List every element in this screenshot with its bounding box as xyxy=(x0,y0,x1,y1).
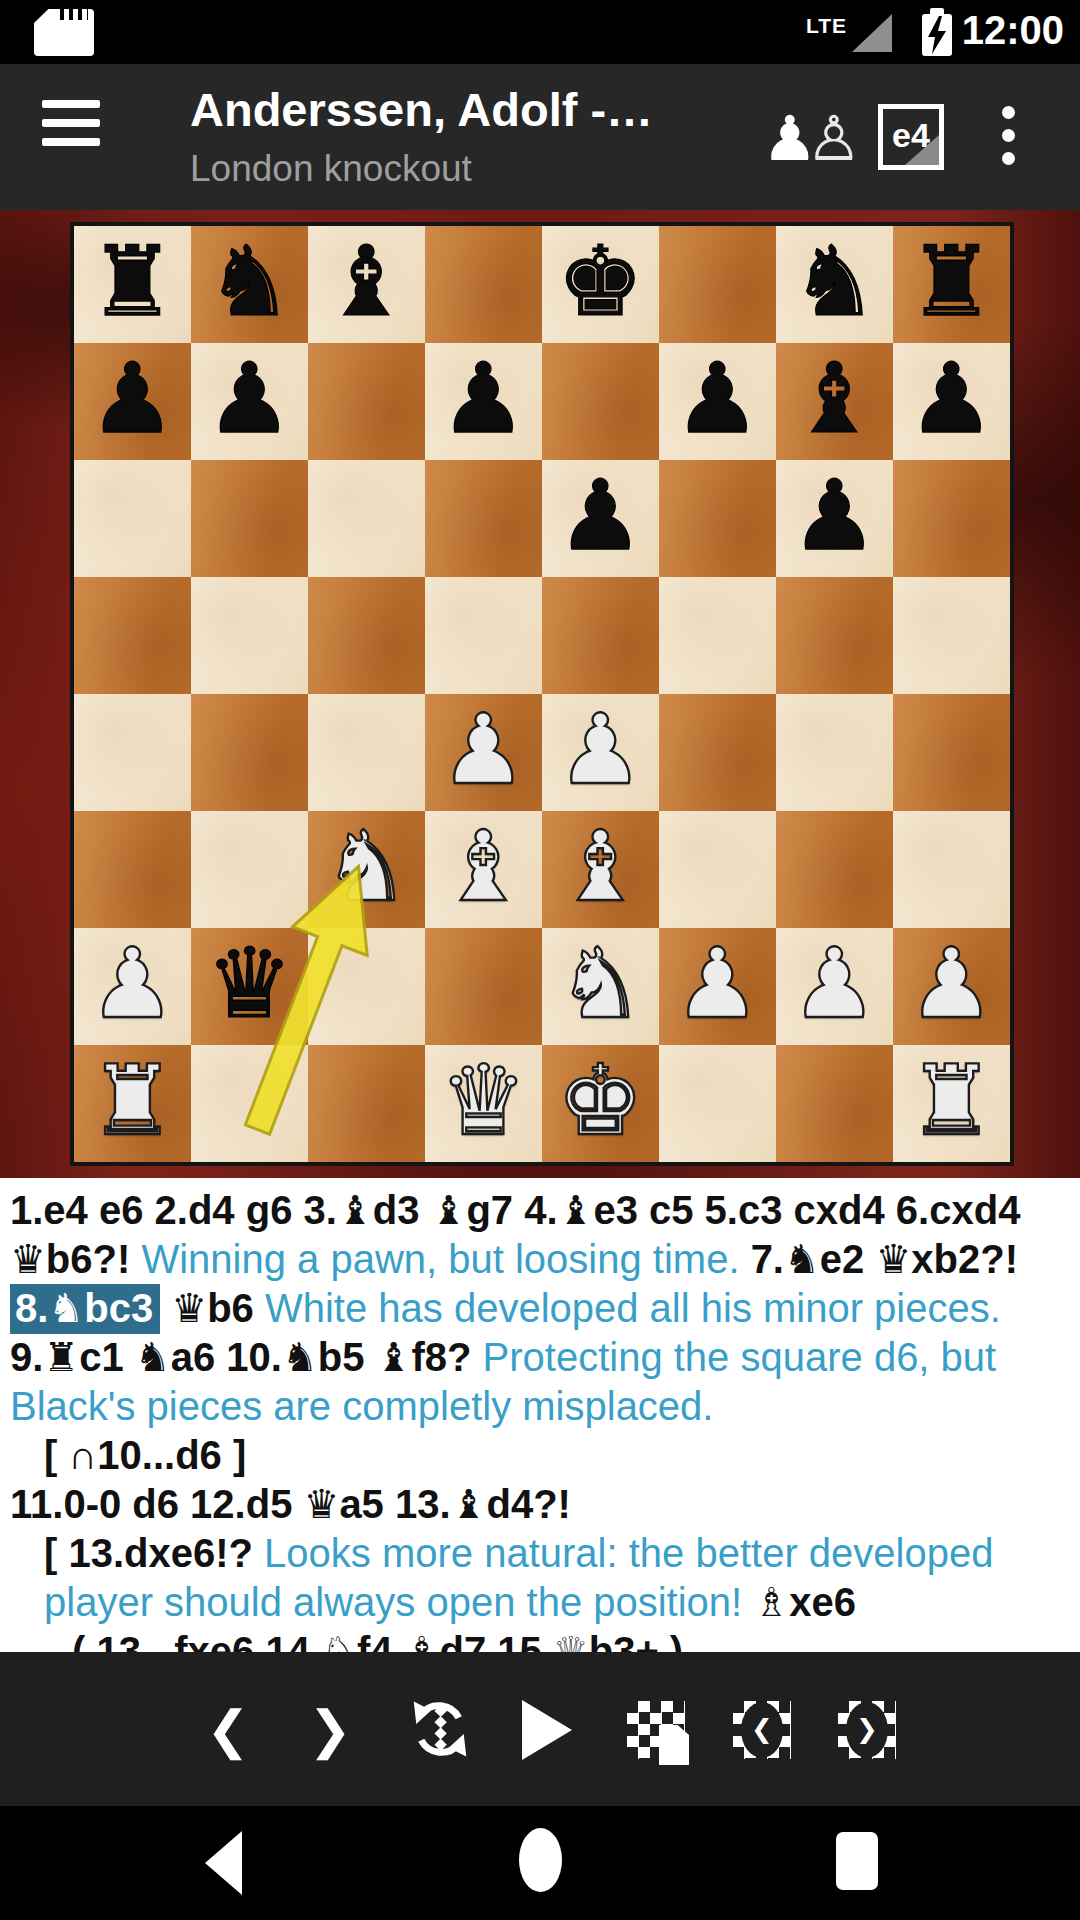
piece-white-pawn: ♟ xyxy=(776,928,893,1045)
piece-white-knight: ♞ xyxy=(308,811,425,928)
square-f6[interactable] xyxy=(659,460,776,577)
status-bar: LTE 12:00 xyxy=(0,0,1080,64)
square-h1[interactable]: ♜ xyxy=(893,1045,1010,1162)
piece-white-pawn: ♟ xyxy=(74,928,191,1045)
square-a6[interactable] xyxy=(74,460,191,577)
square-a1[interactable]: ♜ xyxy=(74,1045,191,1162)
piece-black-pawn: ♟ xyxy=(776,460,893,577)
bottom-toolbar: ❮ ❯ ❮ ❯ xyxy=(0,1652,1080,1806)
chevron-left-icon: ❮ xyxy=(196,1699,260,1761)
square-f7[interactable]: ♟ xyxy=(659,343,776,460)
square-e6[interactable]: ♟ xyxy=(542,460,659,577)
document-icon xyxy=(659,1725,689,1765)
move-text[interactable]: ♛b6 xyxy=(160,1286,265,1330)
board-document-icon xyxy=(627,1701,685,1759)
eco-opening-badge[interactable]: e4 xyxy=(878,104,944,170)
clock-label: 12:00 xyxy=(962,8,1064,53)
square-e1[interactable]: ♚ xyxy=(542,1045,659,1162)
square-f8[interactable] xyxy=(659,226,776,343)
recents-button[interactable] xyxy=(836,1832,878,1890)
piece-black-pawn: ♟ xyxy=(191,343,308,460)
board-next-icon: ❯ xyxy=(838,1701,896,1759)
chevron-left-icon: ❮ xyxy=(751,1714,773,1744)
eco-badge-corner xyxy=(905,135,939,165)
notation-paragraph: [ ∩10...d6 ] xyxy=(10,1431,1070,1480)
square-h7[interactable]: ♟ xyxy=(893,343,1010,460)
move-text[interactable]: ♗xe6 xyxy=(753,1580,856,1624)
square-a8[interactable]: ♜ xyxy=(74,226,191,343)
square-a7[interactable]: ♟ xyxy=(74,343,191,460)
outline-pawn-glyph: ♙ xyxy=(806,100,862,178)
event-subtitle: London knockout xyxy=(190,148,472,190)
square-g3[interactable] xyxy=(776,811,893,928)
board-frame: ♜♞♝♚♞♜♟♟♟♟♝♟♟♟♟♟♞♝♝♟♛♞♟♟♟♜♛♚♜ xyxy=(0,210,1080,1178)
piece-white-bishop: ♝ xyxy=(425,811,542,928)
piece-white-pawn: ♟ xyxy=(893,928,1010,1045)
square-f1[interactable] xyxy=(659,1045,776,1162)
square-a4[interactable] xyxy=(74,694,191,811)
signal-triangle-icon xyxy=(852,14,892,52)
play-icon xyxy=(522,1700,572,1760)
piece-white-rook: ♜ xyxy=(893,1045,1010,1162)
square-b8[interactable]: ♞ xyxy=(191,226,308,343)
square-c6[interactable] xyxy=(308,460,425,577)
home-button[interactable] xyxy=(519,1828,562,1892)
square-d4[interactable]: ♟ xyxy=(425,694,542,811)
square-d8[interactable] xyxy=(425,226,542,343)
piece-white-king: ♚ xyxy=(542,1045,659,1162)
chevron-right-icon: ❯ xyxy=(298,1699,362,1761)
piece-black-pawn: ♟ xyxy=(425,343,542,460)
piece-white-knight: ♞ xyxy=(542,928,659,1045)
square-c5[interactable] xyxy=(308,577,425,694)
square-d1[interactable]: ♛ xyxy=(425,1045,542,1162)
move-text[interactable]: [ ∩10...d6 ] xyxy=(44,1433,246,1477)
current-move-highlight[interactable]: 8.♞bc3 xyxy=(10,1284,160,1334)
move-text[interactable]: 11.0-0 d6 12.d5 ♛a5 13.♝d4?! xyxy=(10,1482,571,1526)
replay-moves-button[interactable] xyxy=(408,1698,472,1762)
back-button[interactable] xyxy=(205,1831,242,1895)
move-text[interactable]: ( 13...fxe6 14.♘f4 ♗d7 15.♕b3+ ) xyxy=(72,1629,683,1652)
square-g4[interactable] xyxy=(776,694,893,811)
piece-black-bishop: ♝ xyxy=(308,226,425,343)
square-f4[interactable] xyxy=(659,694,776,811)
piece-black-pawn: ♟ xyxy=(74,343,191,460)
sd-card-icon xyxy=(34,9,94,56)
square-b7[interactable]: ♟ xyxy=(191,343,308,460)
square-c3[interactable]: ♞ xyxy=(308,811,425,928)
square-b5[interactable] xyxy=(191,577,308,694)
square-f2[interactable]: ♟ xyxy=(659,928,776,1045)
battery-charging-icon xyxy=(922,8,952,56)
square-d6[interactable] xyxy=(425,460,542,577)
square-h8[interactable]: ♜ xyxy=(893,226,1010,343)
square-d5[interactable] xyxy=(425,577,542,694)
hamburger-menu-icon[interactable] xyxy=(42,100,100,166)
square-e7[interactable] xyxy=(542,343,659,460)
notation-paragraph: 11.0-0 d6 12.d5 ♛a5 13.♝d4?! xyxy=(10,1480,1070,1529)
square-h3[interactable] xyxy=(893,811,1010,928)
piece-white-pawn: ♟ xyxy=(659,928,776,1045)
square-g5[interactable] xyxy=(776,577,893,694)
square-g7[interactable]: ♝ xyxy=(776,343,893,460)
move-text[interactable]: [ 13.dxe6!? xyxy=(44,1531,264,1575)
square-d7[interactable]: ♟ xyxy=(425,343,542,460)
piece-black-bishop: ♝ xyxy=(776,343,893,460)
square-b1[interactable] xyxy=(191,1045,308,1162)
square-b4[interactable] xyxy=(191,694,308,811)
square-g8[interactable]: ♞ xyxy=(776,226,893,343)
autoplay-button[interactable] xyxy=(515,1698,579,1762)
square-g6[interactable]: ♟ xyxy=(776,460,893,577)
piece-white-pawn: ♟ xyxy=(542,694,659,811)
square-g1[interactable] xyxy=(776,1045,893,1162)
square-a3[interactable] xyxy=(74,811,191,928)
board-grid: ♜♞♝♚♞♜♟♟♟♟♝♟♟♟♟♟♞♝♝♟♛♞♟♟♟♜♛♚♜ xyxy=(74,226,1010,1162)
square-e5[interactable] xyxy=(542,577,659,694)
notation-paragraph: ( 13...fxe6 14.♘f4 ♗d7 15.♕b3+ ) xyxy=(10,1627,1070,1652)
piece-black-pawn: ♟ xyxy=(659,343,776,460)
game-title: Anderssen, Adolf -… xyxy=(190,82,653,137)
square-f5[interactable] xyxy=(659,577,776,694)
board-previous-icon: ❮ xyxy=(733,1701,791,1759)
piece-white-bishop: ♝ xyxy=(542,811,659,928)
app-bar: Anderssen, Adolf -… London knockout ♟ ♙ … xyxy=(0,64,1080,210)
move-text[interactable]: 9.♜c1 ♞a6 10.♞b5 ♝f8? xyxy=(10,1335,483,1379)
piece-black-pawn: ♟ xyxy=(893,343,1010,460)
piece-black-queen: ♛ xyxy=(191,928,308,1045)
previous-move-button[interactable]: ❮ xyxy=(196,1698,260,1762)
square-b3[interactable] xyxy=(191,811,308,928)
android-nav-bar xyxy=(0,1806,1080,1920)
next-move-button[interactable]: ❯ xyxy=(298,1698,362,1762)
move-text[interactable]: 7.♞e2 ♛xb2?! xyxy=(751,1237,1018,1281)
square-b2[interactable]: ♛ xyxy=(191,928,308,1045)
piece-black-knight: ♞ xyxy=(776,226,893,343)
two-pawns-icon[interactable]: ♟ ♙ xyxy=(762,100,872,178)
square-e2[interactable]: ♞ xyxy=(542,928,659,1045)
square-h5[interactable] xyxy=(893,577,1010,694)
piece-black-rook: ♜ xyxy=(893,226,1010,343)
square-h2[interactable]: ♟ xyxy=(893,928,1010,1045)
piece-black-pawn: ♟ xyxy=(542,460,659,577)
replay-icon xyxy=(410,1699,470,1759)
square-c1[interactable] xyxy=(308,1045,425,1162)
overflow-menu-icon[interactable] xyxy=(1002,106,1016,170)
previous-game-button[interactable]: ❮ xyxy=(730,1698,794,1762)
square-a5[interactable] xyxy=(74,577,191,694)
comment-text: Winning a pawn, but loosing time. xyxy=(141,1237,750,1281)
comment-text: White has developed all his minor pieces… xyxy=(265,1286,1001,1330)
piece-black-rook: ♜ xyxy=(74,226,191,343)
square-e3[interactable]: ♝ xyxy=(542,811,659,928)
notation-paragraph: [ 13.dxe6!? Looks more natural: the bett… xyxy=(10,1529,1070,1627)
next-game-button[interactable]: ❯ xyxy=(835,1698,899,1762)
square-c4[interactable] xyxy=(308,694,425,811)
square-h4[interactable] xyxy=(893,694,1010,811)
piece-black-king: ♚ xyxy=(542,226,659,343)
piece-black-knight: ♞ xyxy=(191,226,308,343)
square-f3[interactable] xyxy=(659,811,776,928)
square-c8[interactable]: ♝ xyxy=(308,226,425,343)
network-type-label: LTE xyxy=(806,14,847,38)
square-c7[interactable] xyxy=(308,343,425,460)
square-e8[interactable]: ♚ xyxy=(542,226,659,343)
notation-paragraph: 1.e4 e6 2.d4 g6 3.♝d3 ♝g7 4.♝e3 c5 5.c3 … xyxy=(10,1186,1070,1431)
square-d3[interactable]: ♝ xyxy=(425,811,542,928)
piece-white-rook: ♜ xyxy=(74,1045,191,1162)
setup-position-button[interactable] xyxy=(624,1698,688,1762)
square-d2[interactable] xyxy=(425,928,542,1045)
square-h6[interactable] xyxy=(893,460,1010,577)
chevron-right-icon: ❯ xyxy=(856,1714,878,1744)
chess-board: ♜♞♝♚♞♜♟♟♟♟♝♟♟♟♟♟♞♝♝♟♛♞♟♟♟♜♛♚♜ xyxy=(70,222,1014,1166)
piece-white-pawn: ♟ xyxy=(425,694,542,811)
move-list: 1.e4 e6 2.d4 g6 3.♝d3 ♝g7 4.♝e3 c5 5.c3 … xyxy=(0,1178,1080,1652)
square-a2[interactable]: ♟ xyxy=(74,928,191,1045)
square-g2[interactable]: ♟ xyxy=(776,928,893,1045)
piece-white-queen: ♛ xyxy=(425,1045,542,1162)
square-b6[interactable] xyxy=(191,460,308,577)
square-c2[interactable] xyxy=(308,928,425,1045)
square-e4[interactable]: ♟ xyxy=(542,694,659,811)
